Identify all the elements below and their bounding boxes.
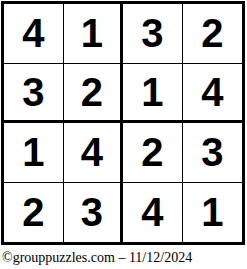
cell-r1c1: 4 <box>4 4 64 64</box>
cell-r3c4: 3 <box>183 123 243 183</box>
cell-r3c1: 1 <box>4 123 64 183</box>
cell-r3c2: 4 <box>64 123 124 183</box>
cell-r3c3: 2 <box>123 123 183 183</box>
sudoku-board: 4 1 3 2 3 2 1 4 1 4 2 3 2 3 4 1 <box>1 1 245 245</box>
sudoku-answer-diagram: 4 1 3 2 3 2 1 4 1 4 2 3 2 3 4 1 ©grouppu… <box>0 0 247 269</box>
cell-r4c3: 4 <box>123 183 183 243</box>
cell-r4c1: 2 <box>4 183 64 243</box>
cell-r2c4: 4 <box>183 64 243 124</box>
copyright-text: ©grouppuzzles.com – 11/12/2024 <box>2 250 192 266</box>
cell-r2c2: 2 <box>64 64 124 124</box>
cell-r4c4: 1 <box>183 183 243 243</box>
cell-r1c3: 3 <box>123 4 183 64</box>
cell-r1c2: 1 <box>64 4 124 64</box>
cell-r2c1: 3 <box>4 64 64 124</box>
cell-r1c4: 2 <box>183 4 243 64</box>
cell-r4c2: 3 <box>64 183 124 243</box>
cell-r2c3: 1 <box>123 64 183 124</box>
